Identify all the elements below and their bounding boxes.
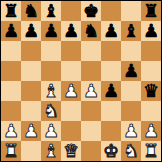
white-pawn-icon[interactable]: ♟	[123, 121, 139, 141]
white-knight-icon[interactable]: ♞	[43, 101, 59, 121]
black-bishop-icon[interactable]: ♝	[43, 1, 59, 21]
square-f1[interactable]: ♚	[101, 141, 121, 161]
square-f7[interactable]: ♟	[101, 21, 121, 41]
square-g1[interactable]: ♞	[121, 141, 141, 161]
square-c6[interactable]	[41, 41, 61, 61]
square-f2[interactable]	[101, 121, 121, 141]
square-g7[interactable]: ♝	[121, 21, 141, 41]
white-king-icon[interactable]: ♚	[103, 141, 119, 161]
square-e8[interactable]: ♚	[81, 1, 101, 21]
square-h1[interactable]: ♜	[141, 141, 161, 161]
black-king-icon[interactable]: ♚	[83, 1, 99, 21]
white-bishop-icon[interactable]: ♝	[43, 81, 59, 101]
white-pawn-icon[interactable]: ♟	[43, 121, 59, 141]
square-a7[interactable]: ♟	[1, 21, 21, 41]
square-b7[interactable]: ♟	[21, 21, 41, 41]
square-b8[interactable]: ♞	[21, 1, 41, 21]
square-e6[interactable]	[81, 41, 101, 61]
square-d1[interactable]: ♛	[61, 141, 81, 161]
square-d7[interactable]: ♟	[61, 21, 81, 41]
square-f8[interactable]	[101, 1, 121, 21]
white-pawn-icon[interactable]: ♟	[63, 81, 79, 101]
square-d3[interactable]	[61, 101, 81, 121]
square-d5[interactable]	[61, 61, 81, 81]
black-pawn-icon[interactable]: ♟	[103, 21, 119, 41]
square-b3[interactable]	[21, 101, 41, 121]
square-h5[interactable]	[141, 61, 161, 81]
square-b1[interactable]	[21, 141, 41, 161]
square-d2[interactable]	[61, 121, 81, 141]
square-e2[interactable]	[81, 121, 101, 141]
black-pawn-icon[interactable]: ♟	[143, 21, 159, 41]
black-pawn-icon[interactable]: ♟	[23, 21, 39, 41]
white-bishop-icon[interactable]: ♝	[43, 141, 59, 161]
square-g6[interactable]	[121, 41, 141, 61]
square-h8[interactable]: ♜	[141, 1, 161, 21]
white-knight-icon[interactable]: ♞	[123, 141, 139, 161]
square-a6[interactable]	[1, 41, 21, 61]
square-d4[interactable]: ♟	[61, 81, 81, 101]
square-b2[interactable]: ♟	[21, 121, 41, 141]
square-h4[interactable]: ♛	[141, 81, 161, 101]
square-c2[interactable]: ♟	[41, 121, 61, 141]
square-e5[interactable]	[81, 61, 101, 81]
white-rook-icon[interactable]: ♜	[3, 141, 19, 161]
black-pawn-icon[interactable]: ♟	[123, 61, 139, 81]
square-h2[interactable]: ♟	[141, 121, 161, 141]
square-h3[interactable]	[141, 101, 161, 121]
square-b5[interactable]	[21, 61, 41, 81]
square-f5[interactable]	[101, 61, 121, 81]
square-a4[interactable]	[1, 81, 21, 101]
square-e1[interactable]	[81, 141, 101, 161]
square-h6[interactable]	[141, 41, 161, 61]
square-a8[interactable]: ♜	[1, 1, 21, 21]
black-queen-icon[interactable]: ♛	[143, 81, 159, 101]
black-pawn-icon[interactable]: ♟	[63, 21, 79, 41]
square-c8[interactable]: ♝	[41, 1, 61, 21]
square-b4[interactable]	[21, 81, 41, 101]
square-c1[interactable]: ♝	[41, 141, 61, 161]
black-pawn-icon[interactable]: ♟	[3, 21, 19, 41]
square-a3[interactable]	[1, 101, 21, 121]
square-a2[interactable]: ♟	[1, 121, 21, 141]
chess-board-frame: ♜♞♝♚♜♟♟♟♟♞♟♝♟♟♝♟♟♟♛♞♟♟♟♟♟♜♝♛♚♞♜	[0, 0, 162, 162]
square-f3[interactable]	[101, 101, 121, 121]
black-bishop-icon[interactable]: ♝	[123, 21, 139, 41]
square-c5[interactable]	[41, 61, 61, 81]
black-pawn-icon[interactable]: ♟	[43, 21, 59, 41]
square-e4[interactable]: ♟	[81, 81, 101, 101]
black-rook-icon[interactable]: ♜	[143, 1, 159, 21]
square-f4[interactable]: ♟	[101, 81, 121, 101]
black-rook-icon[interactable]: ♜	[3, 1, 19, 21]
white-rook-icon[interactable]: ♜	[143, 141, 159, 161]
black-knight-icon[interactable]: ♞	[23, 1, 39, 21]
square-g8[interactable]	[121, 1, 141, 21]
square-c7[interactable]: ♟	[41, 21, 61, 41]
square-d6[interactable]	[61, 41, 81, 61]
black-knight-icon[interactable]: ♞	[83, 21, 99, 41]
white-pawn-icon[interactable]: ♟	[23, 121, 39, 141]
square-b6[interactable]	[21, 41, 41, 61]
square-d8[interactable]	[61, 1, 81, 21]
chess-board: ♜♞♝♚♜♟♟♟♟♞♟♝♟♟♝♟♟♟♛♞♟♟♟♟♟♜♝♛♚♞♜	[1, 1, 161, 161]
white-pawn-icon[interactable]: ♟	[143, 121, 159, 141]
square-c4[interactable]: ♝	[41, 81, 61, 101]
square-g4[interactable]	[121, 81, 141, 101]
square-h7[interactable]: ♟	[141, 21, 161, 41]
square-a1[interactable]: ♜	[1, 141, 21, 161]
square-c3[interactable]: ♞	[41, 101, 61, 121]
white-pawn-icon[interactable]: ♟	[83, 81, 99, 101]
black-pawn-icon[interactable]: ♟	[103, 81, 119, 101]
square-g2[interactable]: ♟	[121, 121, 141, 141]
square-g5[interactable]: ♟	[121, 61, 141, 81]
square-g3[interactable]	[121, 101, 141, 121]
white-pawn-icon[interactable]: ♟	[3, 121, 19, 141]
square-e7[interactable]: ♞	[81, 21, 101, 41]
square-f6[interactable]	[101, 41, 121, 61]
square-a5[interactable]	[1, 61, 21, 81]
white-queen-icon[interactable]: ♛	[63, 141, 79, 161]
square-e3[interactable]	[81, 101, 101, 121]
